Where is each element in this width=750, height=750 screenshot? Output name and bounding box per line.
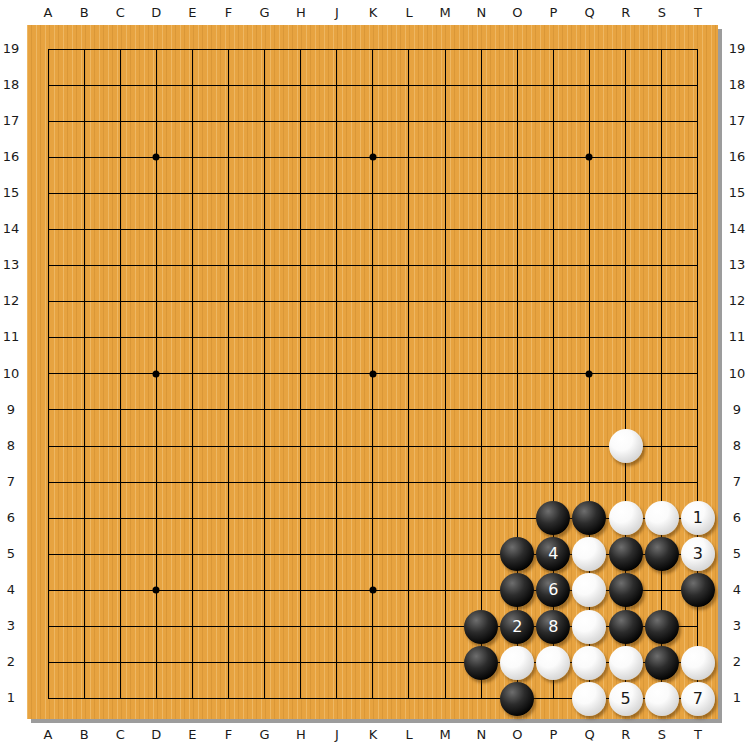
intersection-H6[interactable]: [283, 500, 319, 536]
intersection-P12[interactable]: [535, 284, 571, 320]
intersection-B8[interactable]: [66, 428, 102, 464]
intersection-D1[interactable]: [138, 681, 174, 717]
intersection-E16[interactable]: [174, 139, 210, 175]
intersection-Q2[interactable]: [571, 645, 607, 681]
intersection-R19[interactable]: [608, 31, 644, 67]
intersection-H16[interactable]: [283, 139, 319, 175]
intersection-O5[interactable]: [499, 536, 535, 572]
intersection-B18[interactable]: [66, 67, 102, 103]
intersection-E7[interactable]: [174, 464, 210, 500]
intersection-O4[interactable]: [499, 572, 535, 608]
intersection-P16[interactable]: [535, 139, 571, 175]
intersection-T7[interactable]: [680, 464, 716, 500]
intersection-K8[interactable]: [355, 428, 391, 464]
intersection-T6[interactable]: 1: [680, 500, 716, 536]
intersection-B6[interactable]: [66, 500, 102, 536]
intersection-G6[interactable]: [247, 500, 283, 536]
intersection-O15[interactable]: [499, 175, 535, 211]
intersection-D16[interactable]: [138, 139, 174, 175]
intersection-J18[interactable]: [319, 67, 355, 103]
intersection-L14[interactable]: [391, 211, 427, 247]
intersection-T12[interactable]: [680, 284, 716, 320]
intersection-R10[interactable]: [608, 356, 644, 392]
intersection-O6[interactable]: [499, 500, 535, 536]
intersection-D8[interactable]: [138, 428, 174, 464]
intersection-B19[interactable]: [66, 31, 102, 67]
intersection-T15[interactable]: [680, 175, 716, 211]
intersection-J7[interactable]: [319, 464, 355, 500]
intersection-P6[interactable]: [535, 500, 571, 536]
intersection-E9[interactable]: [174, 392, 210, 428]
intersection-P2[interactable]: [535, 645, 571, 681]
intersection-B9[interactable]: [66, 392, 102, 428]
intersection-L10[interactable]: [391, 356, 427, 392]
intersection-S11[interactable]: [644, 320, 680, 356]
intersection-B16[interactable]: [66, 139, 102, 175]
intersection-H9[interactable]: [283, 392, 319, 428]
intersection-H11[interactable]: [283, 320, 319, 356]
intersection-R17[interactable]: [608, 103, 644, 139]
intersection-A16[interactable]: [30, 139, 66, 175]
intersection-J4[interactable]: [319, 572, 355, 608]
intersection-A4[interactable]: [30, 572, 66, 608]
intersection-D19[interactable]: [138, 31, 174, 67]
intersection-C16[interactable]: [102, 139, 138, 175]
intersection-J11[interactable]: [319, 320, 355, 356]
intersection-F2[interactable]: [210, 645, 246, 681]
intersection-L11[interactable]: [391, 320, 427, 356]
intersection-Q19[interactable]: [571, 31, 607, 67]
intersection-N10[interactable]: [463, 356, 499, 392]
intersection-G18[interactable]: [247, 67, 283, 103]
intersection-R12[interactable]: [608, 284, 644, 320]
intersection-C13[interactable]: [102, 248, 138, 284]
intersection-S19[interactable]: [644, 31, 680, 67]
intersection-F15[interactable]: [210, 175, 246, 211]
intersection-K2[interactable]: [355, 645, 391, 681]
intersection-Q16[interactable]: [571, 139, 607, 175]
intersection-G5[interactable]: [247, 536, 283, 572]
intersection-R8[interactable]: [608, 428, 644, 464]
intersection-O9[interactable]: [499, 392, 535, 428]
intersection-E8[interactable]: [174, 428, 210, 464]
intersection-T3[interactable]: [680, 609, 716, 645]
intersection-M13[interactable]: [427, 248, 463, 284]
intersection-H8[interactable]: [283, 428, 319, 464]
intersection-T19[interactable]: [680, 31, 716, 67]
intersection-E3[interactable]: [174, 609, 210, 645]
intersection-R13[interactable]: [608, 248, 644, 284]
intersection-H7[interactable]: [283, 464, 319, 500]
intersection-O1[interactable]: [499, 681, 535, 717]
intersection-A11[interactable]: [30, 320, 66, 356]
intersection-M17[interactable]: [427, 103, 463, 139]
intersection-E18[interactable]: [174, 67, 210, 103]
intersection-B13[interactable]: [66, 248, 102, 284]
intersection-K11[interactable]: [355, 320, 391, 356]
intersection-B5[interactable]: [66, 536, 102, 572]
intersection-M15[interactable]: [427, 175, 463, 211]
intersection-T2[interactable]: [680, 645, 716, 681]
intersection-A19[interactable]: [30, 31, 66, 67]
intersection-G2[interactable]: [247, 645, 283, 681]
intersection-R11[interactable]: [608, 320, 644, 356]
intersection-C11[interactable]: [102, 320, 138, 356]
intersection-T9[interactable]: [680, 392, 716, 428]
intersection-L18[interactable]: [391, 67, 427, 103]
intersection-P17[interactable]: [535, 103, 571, 139]
intersection-C5[interactable]: [102, 536, 138, 572]
intersection-J9[interactable]: [319, 392, 355, 428]
intersection-R3[interactable]: [608, 609, 644, 645]
intersection-F3[interactable]: [210, 609, 246, 645]
intersection-B7[interactable]: [66, 464, 102, 500]
intersection-A10[interactable]: [30, 356, 66, 392]
intersection-M2[interactable]: [427, 645, 463, 681]
intersection-H18[interactable]: [283, 67, 319, 103]
intersection-M12[interactable]: [427, 284, 463, 320]
intersection-J13[interactable]: [319, 248, 355, 284]
intersection-Q13[interactable]: [571, 248, 607, 284]
intersection-H17[interactable]: [283, 103, 319, 139]
intersection-D10[interactable]: [138, 356, 174, 392]
intersection-T10[interactable]: [680, 356, 716, 392]
intersection-N12[interactable]: [463, 284, 499, 320]
intersection-C19[interactable]: [102, 31, 138, 67]
intersection-L19[interactable]: [391, 31, 427, 67]
intersection-K9[interactable]: [355, 392, 391, 428]
intersection-K15[interactable]: [355, 175, 391, 211]
intersection-H13[interactable]: [283, 248, 319, 284]
intersection-D12[interactable]: [138, 284, 174, 320]
intersection-Q1[interactable]: [571, 681, 607, 717]
intersection-T11[interactable]: [680, 320, 716, 356]
intersection-S8[interactable]: [644, 428, 680, 464]
intersection-A15[interactable]: [30, 175, 66, 211]
intersection-E5[interactable]: [174, 536, 210, 572]
intersection-F10[interactable]: [210, 356, 246, 392]
intersection-S16[interactable]: [644, 139, 680, 175]
intersection-P13[interactable]: [535, 248, 571, 284]
intersection-J6[interactable]: [319, 500, 355, 536]
intersection-E15[interactable]: [174, 175, 210, 211]
intersection-P7[interactable]: [535, 464, 571, 500]
intersection-G3[interactable]: [247, 609, 283, 645]
intersection-B4[interactable]: [66, 572, 102, 608]
intersection-H15[interactable]: [283, 175, 319, 211]
intersection-D17[interactable]: [138, 103, 174, 139]
intersection-L15[interactable]: [391, 175, 427, 211]
intersection-T1[interactable]: 7: [680, 681, 716, 717]
intersection-P8[interactable]: [535, 428, 571, 464]
intersection-M14[interactable]: [427, 211, 463, 247]
intersection-M7[interactable]: [427, 464, 463, 500]
intersection-J14[interactable]: [319, 211, 355, 247]
intersection-M11[interactable]: [427, 320, 463, 356]
intersection-G16[interactable]: [247, 139, 283, 175]
intersection-S9[interactable]: [644, 392, 680, 428]
intersection-G7[interactable]: [247, 464, 283, 500]
intersection-Q8[interactable]: [571, 428, 607, 464]
intersection-N2[interactable]: [463, 645, 499, 681]
intersection-R14[interactable]: [608, 211, 644, 247]
intersection-H5[interactable]: [283, 536, 319, 572]
intersection-K6[interactable]: [355, 500, 391, 536]
intersection-N4[interactable]: [463, 572, 499, 608]
intersection-E1[interactable]: [174, 681, 210, 717]
intersection-P3[interactable]: 8: [535, 609, 571, 645]
intersection-D3[interactable]: [138, 609, 174, 645]
intersection-E13[interactable]: [174, 248, 210, 284]
intersection-R4[interactable]: [608, 572, 644, 608]
intersection-K12[interactable]: [355, 284, 391, 320]
intersection-O2[interactable]: [499, 645, 535, 681]
intersection-M6[interactable]: [427, 500, 463, 536]
intersection-F8[interactable]: [210, 428, 246, 464]
intersection-O8[interactable]: [499, 428, 535, 464]
intersection-H2[interactable]: [283, 645, 319, 681]
intersection-E12[interactable]: [174, 284, 210, 320]
intersection-K4[interactable]: [355, 572, 391, 608]
intersection-P19[interactable]: [535, 31, 571, 67]
intersection-C17[interactable]: [102, 103, 138, 139]
intersection-M19[interactable]: [427, 31, 463, 67]
intersection-R18[interactable]: [608, 67, 644, 103]
intersection-N15[interactable]: [463, 175, 499, 211]
intersection-K5[interactable]: [355, 536, 391, 572]
intersection-G17[interactable]: [247, 103, 283, 139]
intersection-B1[interactable]: [66, 681, 102, 717]
intersection-C2[interactable]: [102, 645, 138, 681]
intersection-S14[interactable]: [644, 211, 680, 247]
intersection-B11[interactable]: [66, 320, 102, 356]
intersection-C8[interactable]: [102, 428, 138, 464]
intersection-M9[interactable]: [427, 392, 463, 428]
intersection-F4[interactable]: [210, 572, 246, 608]
intersection-J15[interactable]: [319, 175, 355, 211]
intersection-D15[interactable]: [138, 175, 174, 211]
intersection-D7[interactable]: [138, 464, 174, 500]
intersection-O7[interactable]: [499, 464, 535, 500]
intersection-N7[interactable]: [463, 464, 499, 500]
intersection-L4[interactable]: [391, 572, 427, 608]
intersection-N19[interactable]: [463, 31, 499, 67]
intersection-J8[interactable]: [319, 428, 355, 464]
intersection-G11[interactable]: [247, 320, 283, 356]
intersection-T14[interactable]: [680, 211, 716, 247]
intersection-J1[interactable]: [319, 681, 355, 717]
intersection-C18[interactable]: [102, 67, 138, 103]
intersection-P15[interactable]: [535, 175, 571, 211]
intersection-E10[interactable]: [174, 356, 210, 392]
intersection-M1[interactable]: [427, 681, 463, 717]
intersection-L1[interactable]: [391, 681, 427, 717]
intersection-F7[interactable]: [210, 464, 246, 500]
intersection-F9[interactable]: [210, 392, 246, 428]
intersection-L17[interactable]: [391, 103, 427, 139]
intersection-G8[interactable]: [247, 428, 283, 464]
intersection-E14[interactable]: [174, 211, 210, 247]
intersection-D4[interactable]: [138, 572, 174, 608]
intersection-L5[interactable]: [391, 536, 427, 572]
intersection-J10[interactable]: [319, 356, 355, 392]
intersection-S15[interactable]: [644, 175, 680, 211]
intersection-N17[interactable]: [463, 103, 499, 139]
intersection-P10[interactable]: [535, 356, 571, 392]
intersection-F19[interactable]: [210, 31, 246, 67]
intersection-C9[interactable]: [102, 392, 138, 428]
intersection-O10[interactable]: [499, 356, 535, 392]
intersection-A6[interactable]: [30, 500, 66, 536]
intersection-E6[interactable]: [174, 500, 210, 536]
intersection-K18[interactable]: [355, 67, 391, 103]
intersection-C7[interactable]: [102, 464, 138, 500]
intersection-K16[interactable]: [355, 139, 391, 175]
intersection-N8[interactable]: [463, 428, 499, 464]
intersection-J5[interactable]: [319, 536, 355, 572]
intersection-M3[interactable]: [427, 609, 463, 645]
intersection-A3[interactable]: [30, 609, 66, 645]
intersection-L9[interactable]: [391, 392, 427, 428]
intersection-R1[interactable]: 5: [608, 681, 644, 717]
intersection-A1[interactable]: [30, 681, 66, 717]
intersection-Q12[interactable]: [571, 284, 607, 320]
intersection-O3[interactable]: 2: [499, 609, 535, 645]
intersection-F6[interactable]: [210, 500, 246, 536]
intersection-S4[interactable]: [644, 572, 680, 608]
intersection-G19[interactable]: [247, 31, 283, 67]
intersection-K14[interactable]: [355, 211, 391, 247]
intersection-L7[interactable]: [391, 464, 427, 500]
intersection-Q4[interactable]: [571, 572, 607, 608]
intersection-N11[interactable]: [463, 320, 499, 356]
intersection-C4[interactable]: [102, 572, 138, 608]
intersection-T8[interactable]: [680, 428, 716, 464]
intersection-G15[interactable]: [247, 175, 283, 211]
intersection-Q6[interactable]: [571, 500, 607, 536]
intersection-D2[interactable]: [138, 645, 174, 681]
intersection-H3[interactable]: [283, 609, 319, 645]
intersection-S3[interactable]: [644, 609, 680, 645]
intersection-N3[interactable]: [463, 609, 499, 645]
intersection-Q9[interactable]: [571, 392, 607, 428]
intersection-O17[interactable]: [499, 103, 535, 139]
intersection-B15[interactable]: [66, 175, 102, 211]
intersection-H12[interactable]: [283, 284, 319, 320]
intersection-F16[interactable]: [210, 139, 246, 175]
intersection-D14[interactable]: [138, 211, 174, 247]
intersection-P4[interactable]: 6: [535, 572, 571, 608]
intersection-Q14[interactable]: [571, 211, 607, 247]
intersection-L8[interactable]: [391, 428, 427, 464]
intersection-A9[interactable]: [30, 392, 66, 428]
intersection-Q5[interactable]: [571, 536, 607, 572]
intersection-T18[interactable]: [680, 67, 716, 103]
intersection-B3[interactable]: [66, 609, 102, 645]
intersection-C1[interactable]: [102, 681, 138, 717]
intersection-K10[interactable]: [355, 356, 391, 392]
intersection-J3[interactable]: [319, 609, 355, 645]
intersection-J16[interactable]: [319, 139, 355, 175]
intersection-C14[interactable]: [102, 211, 138, 247]
intersection-S13[interactable]: [644, 248, 680, 284]
intersection-M4[interactable]: [427, 572, 463, 608]
intersection-L2[interactable]: [391, 645, 427, 681]
intersection-M5[interactable]: [427, 536, 463, 572]
intersection-P1[interactable]: [535, 681, 571, 717]
intersection-Q15[interactable]: [571, 175, 607, 211]
intersection-S1[interactable]: [644, 681, 680, 717]
intersection-C15[interactable]: [102, 175, 138, 211]
intersection-S2[interactable]: [644, 645, 680, 681]
intersection-Q7[interactable]: [571, 464, 607, 500]
intersection-F14[interactable]: [210, 211, 246, 247]
intersection-Q3[interactable]: [571, 609, 607, 645]
intersection-T13[interactable]: [680, 248, 716, 284]
intersection-Q10[interactable]: [571, 356, 607, 392]
intersection-P18[interactable]: [535, 67, 571, 103]
intersection-O18[interactable]: [499, 67, 535, 103]
intersection-S7[interactable]: [644, 464, 680, 500]
intersection-P9[interactable]: [535, 392, 571, 428]
intersection-C3[interactable]: [102, 609, 138, 645]
intersection-D11[interactable]: [138, 320, 174, 356]
intersection-S12[interactable]: [644, 284, 680, 320]
intersection-O16[interactable]: [499, 139, 535, 175]
intersection-Q11[interactable]: [571, 320, 607, 356]
intersection-S6[interactable]: [644, 500, 680, 536]
intersection-T17[interactable]: [680, 103, 716, 139]
intersection-H14[interactable]: [283, 211, 319, 247]
intersection-L6[interactable]: [391, 500, 427, 536]
intersection-G4[interactable]: [247, 572, 283, 608]
intersection-R16[interactable]: [608, 139, 644, 175]
intersection-A18[interactable]: [30, 67, 66, 103]
intersection-H10[interactable]: [283, 356, 319, 392]
intersection-A14[interactable]: [30, 211, 66, 247]
intersection-F5[interactable]: [210, 536, 246, 572]
intersection-E17[interactable]: [174, 103, 210, 139]
intersection-J19[interactable]: [319, 31, 355, 67]
intersection-H4[interactable]: [283, 572, 319, 608]
intersection-B10[interactable]: [66, 356, 102, 392]
intersection-S18[interactable]: [644, 67, 680, 103]
intersection-G9[interactable]: [247, 392, 283, 428]
intersection-D5[interactable]: [138, 536, 174, 572]
intersection-M10[interactable]: [427, 356, 463, 392]
intersection-B14[interactable]: [66, 211, 102, 247]
intersection-Q17[interactable]: [571, 103, 607, 139]
intersection-N1[interactable]: [463, 681, 499, 717]
intersection-F11[interactable]: [210, 320, 246, 356]
intersection-S10[interactable]: [644, 356, 680, 392]
intersection-D13[interactable]: [138, 248, 174, 284]
intersection-A5[interactable]: [30, 536, 66, 572]
intersection-R15[interactable]: [608, 175, 644, 211]
intersection-R5[interactable]: [608, 536, 644, 572]
intersection-M8[interactable]: [427, 428, 463, 464]
intersection-B12[interactable]: [66, 284, 102, 320]
intersection-O19[interactable]: [499, 31, 535, 67]
intersection-K17[interactable]: [355, 103, 391, 139]
intersection-N14[interactable]: [463, 211, 499, 247]
intersection-A17[interactable]: [30, 103, 66, 139]
intersection-G13[interactable]: [247, 248, 283, 284]
intersection-K19[interactable]: [355, 31, 391, 67]
intersection-A2[interactable]: [30, 645, 66, 681]
intersection-R7[interactable]: [608, 464, 644, 500]
intersection-D6[interactable]: [138, 500, 174, 536]
